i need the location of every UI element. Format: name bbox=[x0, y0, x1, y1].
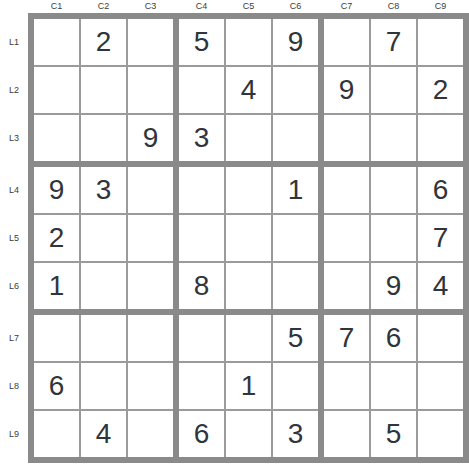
cell[interactable] bbox=[128, 363, 173, 409]
cell[interactable] bbox=[371, 115, 416, 161]
cell[interactable] bbox=[324, 19, 369, 65]
cell[interactable] bbox=[418, 363, 463, 409]
cell[interactable] bbox=[371, 215, 416, 261]
row-label: L7 bbox=[0, 315, 28, 361]
board-area: L1L2L3L4L5L6L7L8L9 295943792932118679464… bbox=[0, 13, 469, 463]
sudoku-page: C1C2C3C4C5C6C7C8C9 L1L2L3L4L5L6L7L8L9 29… bbox=[0, 0, 469, 464]
cell[interactable]: 1 bbox=[226, 363, 271, 409]
cell[interactable] bbox=[418, 115, 463, 161]
cell[interactable]: 5 bbox=[273, 315, 318, 361]
col-label: C2 bbox=[81, 0, 126, 13]
col-label: C3 bbox=[128, 0, 173, 13]
cell[interactable] bbox=[418, 315, 463, 361]
cell[interactable] bbox=[324, 215, 369, 261]
col-label: C6 bbox=[273, 0, 318, 13]
cell[interactable] bbox=[179, 215, 224, 261]
sudoku-box: 792 bbox=[324, 19, 463, 161]
row-label-group: L1L2L3 bbox=[0, 19, 28, 161]
col-label-group: C7C8C9 bbox=[324, 0, 463, 13]
cell[interactable] bbox=[273, 263, 318, 309]
cell[interactable] bbox=[273, 67, 318, 113]
cell[interactable]: 7 bbox=[371, 19, 416, 65]
cell[interactable] bbox=[34, 115, 79, 161]
row-label: L3 bbox=[0, 115, 28, 161]
cell[interactable] bbox=[371, 167, 416, 213]
cell[interactable] bbox=[81, 263, 126, 309]
cell[interactable] bbox=[128, 167, 173, 213]
cell[interactable] bbox=[81, 115, 126, 161]
cell[interactable]: 2 bbox=[81, 19, 126, 65]
cell[interactable] bbox=[128, 411, 173, 457]
col-label: C1 bbox=[34, 0, 79, 13]
sudoku-box: 765 bbox=[324, 315, 463, 457]
cell[interactable] bbox=[128, 215, 173, 261]
sudoku-box: 29 bbox=[34, 19, 173, 161]
cell[interactable] bbox=[226, 215, 271, 261]
col-label: C9 bbox=[418, 0, 463, 13]
cell[interactable]: 9 bbox=[34, 167, 79, 213]
sudoku-box: 5163 bbox=[179, 315, 318, 457]
cell[interactable]: 3 bbox=[273, 411, 318, 457]
cell[interactable]: 4 bbox=[81, 411, 126, 457]
cell[interactable] bbox=[81, 315, 126, 361]
cell[interactable]: 9 bbox=[128, 115, 173, 161]
cell[interactable]: 9 bbox=[273, 19, 318, 65]
cell[interactable]: 3 bbox=[179, 115, 224, 161]
sudoku-box: 6794 bbox=[324, 167, 463, 309]
col-label: C7 bbox=[324, 0, 369, 13]
sudoku-box: 9321 bbox=[34, 167, 173, 309]
cell[interactable]: 1 bbox=[273, 167, 318, 213]
col-label-group: C4C5C6 bbox=[179, 0, 318, 13]
cell[interactable] bbox=[273, 363, 318, 409]
sudoku-board: 2959437929321186794645163765 bbox=[28, 13, 469, 463]
cell[interactable]: 9 bbox=[324, 67, 369, 113]
cell[interactable] bbox=[226, 263, 271, 309]
cell[interactable] bbox=[226, 315, 271, 361]
cell[interactable]: 4 bbox=[226, 67, 271, 113]
cell[interactable]: 2 bbox=[34, 215, 79, 261]
cell[interactable] bbox=[324, 263, 369, 309]
cell[interactable]: 9 bbox=[371, 263, 416, 309]
cell[interactable] bbox=[179, 363, 224, 409]
cell[interactable] bbox=[371, 363, 416, 409]
sudoku-box: 5943 bbox=[179, 19, 318, 161]
cell[interactable]: 7 bbox=[418, 215, 463, 261]
cell[interactable] bbox=[273, 115, 318, 161]
col-label-group: C1C2C3 bbox=[34, 0, 173, 13]
cell[interactable] bbox=[273, 215, 318, 261]
row-label: L4 bbox=[0, 167, 28, 213]
cell[interactable] bbox=[371, 67, 416, 113]
cell[interactable] bbox=[226, 115, 271, 161]
cell[interactable] bbox=[226, 167, 271, 213]
cell[interactable] bbox=[81, 215, 126, 261]
cell[interactable] bbox=[418, 411, 463, 457]
cell[interactable] bbox=[34, 19, 79, 65]
cell[interactable]: 1 bbox=[34, 263, 79, 309]
cell[interactable]: 6 bbox=[418, 167, 463, 213]
cell[interactable] bbox=[81, 67, 126, 113]
row-label: L8 bbox=[0, 363, 28, 409]
cell[interactable] bbox=[324, 411, 369, 457]
cell[interactable]: 2 bbox=[418, 67, 463, 113]
cell[interactable] bbox=[324, 115, 369, 161]
row-label: L1 bbox=[0, 19, 28, 65]
cell[interactable] bbox=[179, 67, 224, 113]
col-label: C4 bbox=[179, 0, 224, 13]
row-label: L2 bbox=[0, 67, 28, 113]
cell[interactable] bbox=[34, 411, 79, 457]
cell[interactable] bbox=[418, 19, 463, 65]
column-labels: C1C2C3C4C5C6C7C8C9 bbox=[28, 0, 469, 13]
cell[interactable] bbox=[179, 167, 224, 213]
col-label: C5 bbox=[226, 0, 271, 13]
row-label: L5 bbox=[0, 215, 28, 261]
cell[interactable]: 3 bbox=[81, 167, 126, 213]
cell[interactable]: 6 bbox=[179, 411, 224, 457]
col-label: C8 bbox=[371, 0, 416, 13]
sudoku-box: 64 bbox=[34, 315, 173, 457]
row-label: L6 bbox=[0, 263, 28, 309]
sudoku-box: 18 bbox=[179, 167, 318, 309]
cell[interactable] bbox=[226, 411, 271, 457]
cell[interactable] bbox=[128, 19, 173, 65]
cell[interactable]: 4 bbox=[418, 263, 463, 309]
row-label-group: L4L5L6 bbox=[0, 167, 28, 309]
cell[interactable]: 7 bbox=[324, 315, 369, 361]
cell[interactable]: 6 bbox=[371, 315, 416, 361]
cell[interactable] bbox=[179, 315, 224, 361]
cell[interactable] bbox=[324, 363, 369, 409]
cell[interactable]: 8 bbox=[179, 263, 224, 309]
cell[interactable]: 5 bbox=[179, 19, 224, 65]
row-label-group: L7L8L9 bbox=[0, 315, 28, 457]
cell[interactable] bbox=[128, 263, 173, 309]
cell[interactable] bbox=[34, 67, 79, 113]
cell[interactable] bbox=[81, 363, 126, 409]
row-labels: L1L2L3L4L5L6L7L8L9 bbox=[0, 13, 28, 463]
cell[interactable] bbox=[324, 167, 369, 213]
cell[interactable] bbox=[128, 315, 173, 361]
row-label: L9 bbox=[0, 411, 28, 457]
cell[interactable]: 5 bbox=[371, 411, 416, 457]
cell[interactable] bbox=[128, 67, 173, 113]
cell[interactable] bbox=[226, 19, 271, 65]
cell[interactable] bbox=[34, 315, 79, 361]
cell[interactable]: 6 bbox=[34, 363, 79, 409]
